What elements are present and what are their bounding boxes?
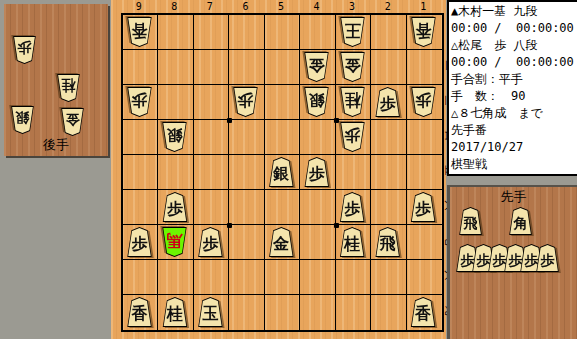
- move-count-line: 手 数： 90: [451, 88, 577, 105]
- piece-kanji: 桂: [161, 303, 188, 325]
- piece-kanji: 歩: [161, 198, 188, 220]
- file-label: 9: [121, 0, 157, 13]
- shogi-piece[interactable]: 馬: [161, 227, 188, 257]
- board-cell[interactable]: [194, 155, 229, 190]
- app-window: { "game": "shogi", "position": { "sfen":…: [0, 0, 577, 339]
- piece-kanji: 銀: [268, 163, 295, 185]
- board-cell[interactable]: 歩: [158, 190, 193, 225]
- shogi-piece[interactable]: 桂: [339, 87, 366, 117]
- board-cell[interactable]: [407, 225, 442, 260]
- board-cell[interactable]: [371, 155, 406, 190]
- board-cell[interactable]: [229, 15, 264, 50]
- gote-hand-tray: 後手 歩桂銀金: [4, 4, 108, 156]
- board-cell[interactable]: [336, 155, 371, 190]
- board-cell[interactable]: [265, 190, 300, 225]
- board-cell[interactable]: 歩: [407, 85, 442, 120]
- piece-kanji: 金: [303, 54, 330, 76]
- handicap-line: 手合割：平手: [451, 71, 577, 88]
- piece-kanji: 金: [268, 233, 295, 255]
- board-cell[interactable]: [229, 225, 264, 260]
- piece-kanji: 馬: [161, 229, 188, 251]
- file-label: 5: [263, 0, 299, 13]
- game-info-panel: ▲木村一基 九段 00:00 / 00:00:00 △松尾 歩 八段 00:00…: [447, 0, 577, 176]
- shogi-piece[interactable]: 歩: [339, 122, 366, 152]
- board-cell[interactable]: [194, 50, 229, 85]
- board-cell[interactable]: [194, 120, 229, 155]
- star-point: [227, 118, 232, 123]
- board-cell[interactable]: [265, 50, 300, 85]
- file-label: 7: [192, 0, 228, 13]
- piece-kanji: 歩: [410, 89, 437, 111]
- shogi-piece[interactable]: 金: [303, 52, 330, 82]
- shogi-piece[interactable]: 銀: [303, 87, 330, 117]
- piece-kanji: 香: [126, 19, 153, 41]
- board-cell[interactable]: [336, 295, 371, 330]
- board-cell[interactable]: [194, 260, 229, 295]
- shogi-piece[interactable]: 飛: [458, 207, 483, 235]
- board-cell[interactable]: [265, 295, 300, 330]
- board-cell[interactable]: 金: [300, 50, 335, 85]
- file-label: 4: [299, 0, 335, 13]
- shogi-piece[interactable]: 飛: [374, 227, 401, 257]
- shogi-piece[interactable]: 玉: [197, 297, 224, 327]
- board-cell[interactable]: 金: [265, 225, 300, 260]
- board-cell[interactable]: 馬: [158, 225, 193, 260]
- board-cell[interactable]: [265, 260, 300, 295]
- board-cell[interactable]: 玉: [194, 295, 229, 330]
- piece-kanji: 歩: [232, 89, 259, 111]
- game-date: 2017/10/27: [451, 139, 577, 156]
- shogi-piece[interactable]: 桂: [339, 227, 366, 257]
- board-cell[interactable]: [371, 260, 406, 295]
- file-label: 6: [228, 0, 264, 13]
- sente-tray-label: 先手: [450, 188, 577, 206]
- board-cell[interactable]: 歩: [194, 225, 229, 260]
- shogi-piece[interactable]: 角: [508, 207, 533, 235]
- board-cell[interactable]: 歩: [300, 155, 335, 190]
- shogi-piece[interactable]: 王: [339, 17, 366, 47]
- last-move-line: △８七角成 まで: [451, 105, 577, 122]
- shogi-piece[interactable]: 歩: [535, 244, 560, 272]
- board-cell[interactable]: 銀: [265, 155, 300, 190]
- board-grid: 香王香金金歩歩銀桂歩歩銀歩銀歩歩歩歩歩馬歩金桂飛香桂玉香: [121, 13, 444, 332]
- board-cell[interactable]: 歩: [336, 120, 371, 155]
- board-cell[interactable]: 香: [123, 15, 158, 50]
- shogi-piece[interactable]: 歩: [374, 87, 401, 117]
- shogi-piece[interactable]: 香: [410, 17, 437, 47]
- board-cell[interactable]: [371, 15, 406, 50]
- board-cell[interactable]: [371, 50, 406, 85]
- board-cell[interactable]: [265, 120, 300, 155]
- shogi-piece[interactable]: 銀: [10, 106, 35, 134]
- board-cell[interactable]: [123, 155, 158, 190]
- board-cell[interactable]: [407, 155, 442, 190]
- board-cell[interactable]: [229, 155, 264, 190]
- piece-kanji: 歩: [535, 250, 560, 270]
- piece-kanji: 歩: [126, 233, 153, 255]
- board-cell[interactable]: [300, 225, 335, 260]
- piece-kanji: 飛: [458, 213, 483, 233]
- file-labels: 987654321: [121, 0, 441, 13]
- piece-kanji: 桂: [339, 89, 366, 111]
- shogi-piece[interactable]: 銀: [161, 122, 188, 152]
- board-cell[interactable]: 桂: [336, 85, 371, 120]
- shogi-piece[interactable]: 歩: [410, 87, 437, 117]
- board-cell[interactable]: [229, 120, 264, 155]
- board-cell[interactable]: [300, 120, 335, 155]
- shogi-piece[interactable]: 歩: [303, 157, 330, 187]
- piece-kanji: 桂: [339, 233, 366, 255]
- board-cell[interactable]: [194, 15, 229, 50]
- board-cell[interactable]: [158, 155, 193, 190]
- piece-kanji: 歩: [197, 233, 224, 255]
- board-cell[interactable]: [265, 15, 300, 50]
- piece-kanji: 王: [339, 19, 366, 41]
- board-cell[interactable]: [123, 190, 158, 225]
- board-cell[interactable]: [371, 295, 406, 330]
- board-cell[interactable]: [194, 85, 229, 120]
- piece-kanji: 歩: [410, 198, 437, 220]
- board-cell[interactable]: 香: [123, 295, 158, 330]
- board-cell[interactable]: [229, 190, 264, 225]
- board-cell[interactable]: [407, 120, 442, 155]
- board-cell[interactable]: 飛: [371, 225, 406, 260]
- shogi-piece[interactable]: 歩: [126, 87, 153, 117]
- gote-tray-label: 後手: [4, 136, 108, 154]
- board-cell[interactable]: [158, 260, 193, 295]
- board-cell[interactable]: 香: [407, 295, 442, 330]
- piece-kanji: 香: [410, 303, 437, 325]
- shogi-piece[interactable]: 金: [268, 227, 295, 257]
- board-cell[interactable]: [300, 190, 335, 225]
- shogi-piece[interactable]: 歩: [339, 192, 366, 222]
- board-cell[interactable]: 桂: [158, 295, 193, 330]
- piece-kanji: 銀: [161, 124, 188, 146]
- shogi-piece[interactable]: 歩: [197, 227, 224, 257]
- piece-kanji: 歩: [374, 93, 401, 115]
- star-point: [334, 118, 339, 123]
- board-cell[interactable]: 王: [336, 15, 371, 50]
- shogi-board: 987654321 一二三四五六七八九 香王香金金歩歩銀桂歩歩銀歩銀歩歩歩歩歩馬…: [111, 0, 446, 339]
- board-cell[interactable]: [229, 295, 264, 330]
- shogi-piece[interactable]: 桂: [161, 297, 188, 327]
- piece-kanji: 歩: [12, 38, 37, 58]
- board-cell[interactable]: 歩: [123, 225, 158, 260]
- gote-player-name: △松尾 歩 八段: [451, 37, 577, 54]
- board-cell[interactable]: [229, 260, 264, 295]
- piece-kanji: 金: [60, 110, 85, 130]
- shogi-piece[interactable]: 歩: [232, 87, 259, 117]
- board-cell[interactable]: [336, 260, 371, 295]
- piece-kanji: 歩: [339, 124, 366, 146]
- star-point: [334, 223, 339, 228]
- board-cell[interactable]: 歩: [336, 190, 371, 225]
- board-cell[interactable]: [158, 85, 193, 120]
- piece-kanji: 飛: [374, 233, 401, 255]
- piece-kanji: 香: [126, 303, 153, 325]
- shogi-piece[interactable]: 桂: [56, 74, 81, 102]
- shogi-piece[interactable]: 金: [60, 108, 85, 136]
- piece-kanji: 歩: [126, 89, 153, 111]
- board-cell[interactable]: 歩: [123, 85, 158, 120]
- board-cell[interactable]: 桂: [336, 225, 371, 260]
- board-cell[interactable]: [300, 260, 335, 295]
- board-cell[interactable]: [407, 260, 442, 295]
- board-cell[interactable]: 歩: [229, 85, 264, 120]
- board-cell[interactable]: 銀: [158, 120, 193, 155]
- board-cell[interactable]: [194, 190, 229, 225]
- shogi-piece[interactable]: 香: [126, 17, 153, 47]
- piece-kanji: 歩: [303, 163, 330, 185]
- piece-kanji: 玉: [197, 303, 224, 325]
- sente-hand-tray: 先手 飛角歩歩歩歩歩歩: [447, 185, 577, 339]
- board-cell[interactable]: [300, 15, 335, 50]
- shogi-piece[interactable]: 香: [410, 297, 437, 327]
- board-cell[interactable]: [300, 295, 335, 330]
- sente-player-name: ▲木村一基 九段: [451, 3, 577, 20]
- piece-kanji: 銀: [303, 89, 330, 111]
- file-label: 3: [334, 0, 370, 13]
- piece-kanji: 銀: [10, 108, 35, 128]
- board-cell[interactable]: [229, 50, 264, 85]
- board-cell[interactable]: [371, 190, 406, 225]
- shogi-piece[interactable]: 歩: [410, 192, 437, 222]
- board-cell[interactable]: 金: [336, 50, 371, 85]
- shogi-piece[interactable]: 歩: [126, 227, 153, 257]
- piece-kanji: 桂: [56, 76, 81, 96]
- shogi-piece[interactable]: 歩: [12, 36, 37, 64]
- piece-kanji: 香: [410, 19, 437, 41]
- board-cell[interactable]: 歩: [371, 85, 406, 120]
- piece-kanji: 角: [508, 213, 533, 233]
- board-cell[interactable]: [407, 50, 442, 85]
- shogi-piece[interactable]: 銀: [268, 157, 295, 187]
- board-cell[interactable]: [158, 50, 193, 85]
- file-label: 1: [405, 0, 441, 13]
- board-cell[interactable]: [123, 260, 158, 295]
- shogi-piece[interactable]: 金: [339, 52, 366, 82]
- board-cell[interactable]: 歩: [407, 190, 442, 225]
- piece-kanji: 歩: [339, 198, 366, 220]
- board-cell[interactable]: [158, 15, 193, 50]
- shogi-piece[interactable]: 香: [126, 297, 153, 327]
- board-cell[interactable]: 銀: [300, 85, 335, 120]
- shogi-piece[interactable]: 歩: [161, 192, 188, 222]
- gote-clock: 00:00 / 00:00:00: [451, 54, 577, 71]
- turn-indicator: 先手番: [451, 122, 577, 139]
- star-point: [227, 223, 232, 228]
- file-label: 8: [157, 0, 193, 13]
- file-label: 2: [370, 0, 406, 13]
- board-cell[interactable]: [123, 120, 158, 155]
- board-cell[interactable]: 香: [407, 15, 442, 50]
- board-cell[interactable]: [265, 85, 300, 120]
- sente-clock: 00:00 / 00:00:00: [451, 20, 577, 37]
- piece-kanji: 金: [339, 54, 366, 76]
- event-name: 棋聖戦: [451, 156, 577, 173]
- board-cell[interactable]: [123, 50, 158, 85]
- board-cell[interactable]: [371, 120, 406, 155]
